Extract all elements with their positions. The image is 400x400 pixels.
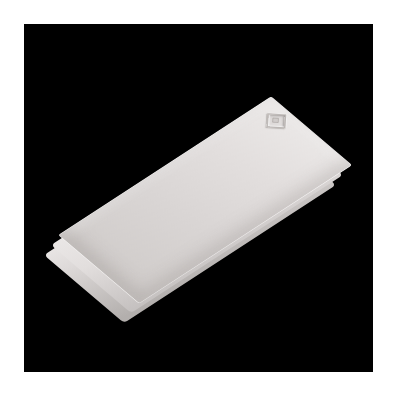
pit-board <box>24 24 373 372</box>
page-background <box>0 0 400 400</box>
maker-stamp-icon <box>266 113 286 128</box>
photo-backdrop <box>24 24 373 372</box>
